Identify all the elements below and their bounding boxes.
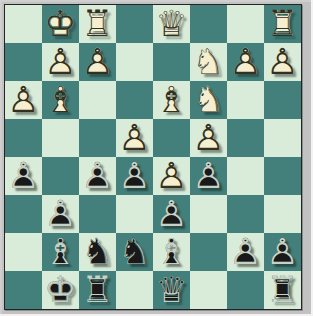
black-queen-piece: ♛ bbox=[153, 271, 190, 309]
white-bishop-outline: ♗ bbox=[153, 81, 190, 119]
black-pawn-piece: ♟ bbox=[116, 157, 153, 195]
square-f8[interactable] bbox=[190, 5, 227, 43]
black-knight-outline: ♘ bbox=[116, 233, 153, 271]
black-king-piece: ♚ bbox=[42, 271, 79, 309]
square-c6[interactable] bbox=[79, 81, 116, 119]
black-pawn-piece: ♟ bbox=[79, 157, 116, 195]
black-rook-outline: ♖ bbox=[79, 271, 116, 309]
white-pawn-piece: ♟ bbox=[79, 43, 116, 81]
white-pawn-piece: ♟ bbox=[116, 119, 153, 157]
white-bishop-outline: ♗ bbox=[42, 81, 79, 119]
white-knight-outline: ♘ bbox=[190, 81, 227, 119]
square-h5[interactable] bbox=[264, 119, 301, 157]
square-h4[interactable] bbox=[264, 157, 301, 195]
square-c8[interactable]: ♜♖ bbox=[79, 5, 116, 43]
black-king-outline: ♔ bbox=[42, 271, 79, 309]
white-rook-outline: ♖ bbox=[79, 5, 116, 43]
white-king-outline: ♔ bbox=[42, 5, 79, 43]
black-pawn-piece: ♟ bbox=[5, 157, 42, 195]
white-pawn-outline: ♙ bbox=[116, 119, 153, 157]
black-rook-outline: ♖ bbox=[264, 271, 301, 309]
black-knight-piece: ♞ bbox=[116, 233, 153, 271]
black-bishop-outline: ♗ bbox=[42, 233, 79, 271]
square-b6[interactable]: ♝♗ bbox=[42, 81, 79, 119]
square-a4[interactable]: ♟♙ bbox=[5, 157, 42, 195]
white-pawn-piece: ♟ bbox=[190, 119, 227, 157]
square-g6[interactable] bbox=[227, 81, 264, 119]
square-f7[interactable]: ♞♘ bbox=[190, 43, 227, 81]
square-f6[interactable]: ♞♘ bbox=[190, 81, 227, 119]
white-pawn-outline: ♙ bbox=[42, 43, 79, 81]
square-g1[interactable] bbox=[227, 271, 264, 309]
square-e2[interactable]: ♝♗ bbox=[153, 233, 190, 271]
black-pawn-piece: ♟ bbox=[190, 157, 227, 195]
white-queen-piece: ♛ bbox=[153, 5, 190, 43]
square-b4[interactable] bbox=[42, 157, 79, 195]
black-queen-outline: ♕ bbox=[153, 271, 190, 309]
square-f1[interactable] bbox=[190, 271, 227, 309]
square-e7[interactable] bbox=[153, 43, 190, 81]
square-d4[interactable]: ♟♙ bbox=[116, 157, 153, 195]
white-bishop-piece: ♝ bbox=[153, 81, 190, 119]
square-b8[interactable]: ♚♔ bbox=[42, 5, 79, 43]
black-knight-piece: ♞ bbox=[79, 233, 116, 271]
square-d5[interactable]: ♟♙ bbox=[116, 119, 153, 157]
white-pawn-outline: ♙ bbox=[227, 43, 264, 81]
square-d2[interactable]: ♞♘ bbox=[116, 233, 153, 271]
square-a7[interactable] bbox=[5, 43, 42, 81]
square-f2[interactable] bbox=[190, 233, 227, 271]
black-pawn-piece: ♟ bbox=[227, 233, 264, 271]
black-rook-piece: ♜ bbox=[264, 271, 301, 309]
black-pawn-outline: ♙ bbox=[264, 233, 301, 271]
black-pawn-outline: ♙ bbox=[116, 157, 153, 195]
square-d8[interactable] bbox=[116, 5, 153, 43]
square-b3[interactable]: ♟♙ bbox=[42, 195, 79, 233]
black-pawn-outline: ♙ bbox=[5, 157, 42, 195]
square-e5[interactable] bbox=[153, 119, 190, 157]
white-pawn-outline: ♙ bbox=[5, 81, 42, 119]
chess-board: ♚♔♜♖♛♕♜♖♟♙♟♙♞♘♟♙♟♙♟♙♝♗♝♗♞♘♟♙♟♙♟♙♟♙♟♙♟♙♟♙… bbox=[4, 4, 302, 310]
black-rook-piece: ♜ bbox=[79, 271, 116, 309]
square-g7[interactable]: ♟♙ bbox=[227, 43, 264, 81]
white-knight-piece: ♞ bbox=[190, 81, 227, 119]
square-a6[interactable]: ♟♙ bbox=[5, 81, 42, 119]
black-pawn-outline: ♙ bbox=[190, 157, 227, 195]
square-g3[interactable] bbox=[227, 195, 264, 233]
square-g2[interactable]: ♟♙ bbox=[227, 233, 264, 271]
square-b5[interactable] bbox=[42, 119, 79, 157]
square-h6[interactable] bbox=[264, 81, 301, 119]
square-f4[interactable]: ♟♙ bbox=[190, 157, 227, 195]
square-d7[interactable] bbox=[116, 43, 153, 81]
white-pawn-outline: ♙ bbox=[79, 43, 116, 81]
white-queen-outline: ♕ bbox=[153, 5, 190, 43]
square-c4[interactable]: ♟♙ bbox=[79, 157, 116, 195]
square-b2[interactable]: ♝♗ bbox=[42, 233, 79, 271]
square-e8[interactable]: ♛♕ bbox=[153, 5, 190, 43]
white-knight-outline: ♘ bbox=[190, 43, 227, 81]
black-pawn-outline: ♙ bbox=[153, 195, 190, 233]
square-e3[interactable]: ♟♙ bbox=[153, 195, 190, 233]
square-c3[interactable] bbox=[79, 195, 116, 233]
square-a8[interactable] bbox=[5, 5, 42, 43]
black-pawn-piece: ♟ bbox=[42, 195, 79, 233]
black-bishop-outline: ♗ bbox=[153, 233, 190, 271]
square-h3[interactable] bbox=[264, 195, 301, 233]
square-f3[interactable] bbox=[190, 195, 227, 233]
black-pawn-outline: ♙ bbox=[79, 157, 116, 195]
square-a3[interactable] bbox=[5, 195, 42, 233]
square-f5[interactable]: ♟♙ bbox=[190, 119, 227, 157]
square-c5[interactable] bbox=[79, 119, 116, 157]
black-pawn-outline: ♙ bbox=[42, 195, 79, 233]
black-pawn-outline: ♙ bbox=[227, 233, 264, 271]
white-rook-outline: ♖ bbox=[264, 5, 301, 43]
square-d3[interactable] bbox=[116, 195, 153, 233]
square-h1[interactable]: ♜♖ bbox=[264, 271, 301, 309]
square-c2[interactable]: ♞♘ bbox=[79, 233, 116, 271]
white-king-piece: ♚ bbox=[42, 5, 79, 43]
white-pawn-piece: ♟ bbox=[227, 43, 264, 81]
white-pawn-outline: ♙ bbox=[190, 119, 227, 157]
square-d6[interactable] bbox=[116, 81, 153, 119]
white-rook-piece: ♜ bbox=[79, 5, 116, 43]
black-bishop-piece: ♝ bbox=[42, 233, 79, 271]
square-g5[interactable] bbox=[227, 119, 264, 157]
square-a2[interactable] bbox=[5, 233, 42, 271]
square-h7[interactable]: ♟♙ bbox=[264, 43, 301, 81]
square-e1[interactable]: ♛♕ bbox=[153, 271, 190, 309]
square-h8[interactable]: ♜♖ bbox=[264, 5, 301, 43]
white-pawn-outline: ♙ bbox=[264, 43, 301, 81]
white-pawn-piece: ♟ bbox=[153, 157, 190, 195]
square-h2[interactable]: ♟♙ bbox=[264, 233, 301, 271]
square-d1[interactable] bbox=[116, 271, 153, 309]
black-pawn-piece: ♟ bbox=[153, 195, 190, 233]
black-knight-outline: ♘ bbox=[79, 233, 116, 271]
black-bishop-piece: ♝ bbox=[153, 233, 190, 271]
white-knight-piece: ♞ bbox=[190, 43, 227, 81]
white-pawn-outline: ♙ bbox=[153, 157, 190, 195]
square-b7[interactable]: ♟♙ bbox=[42, 43, 79, 81]
white-pawn-piece: ♟ bbox=[264, 43, 301, 81]
board-frame: ♚♔♜♖♛♕♜♖♟♙♟♙♞♘♟♙♟♙♟♙♝♗♝♗♞♘♟♙♟♙♟♙♟♙♟♙♟♙♟♙… bbox=[0, 0, 313, 316]
square-a5[interactable] bbox=[5, 119, 42, 157]
white-pawn-piece: ♟ bbox=[42, 43, 79, 81]
square-g4[interactable] bbox=[227, 157, 264, 195]
square-e6[interactable]: ♝♗ bbox=[153, 81, 190, 119]
white-rook-piece: ♜ bbox=[264, 5, 301, 43]
square-a1[interactable] bbox=[5, 271, 42, 309]
square-b1[interactable]: ♚♔ bbox=[42, 271, 79, 309]
white-pawn-piece: ♟ bbox=[5, 81, 42, 119]
white-bishop-piece: ♝ bbox=[42, 81, 79, 119]
square-c7[interactable]: ♟♙ bbox=[79, 43, 116, 81]
square-c1[interactable]: ♜♖ bbox=[79, 271, 116, 309]
square-g8[interactable] bbox=[227, 5, 264, 43]
black-pawn-piece: ♟ bbox=[264, 233, 301, 271]
square-e4[interactable]: ♟♙ bbox=[153, 157, 190, 195]
